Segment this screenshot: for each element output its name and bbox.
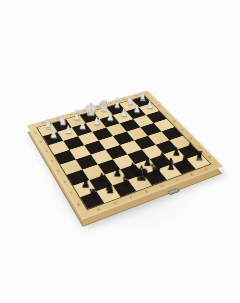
coord-label: G	[113, 201, 118, 205]
piece-black-knight: ♞	[178, 154, 192, 168]
coord-label: 1	[34, 132, 38, 135]
coord-label: 5	[56, 170, 60, 173]
coord-label: 8	[76, 203, 81, 207]
coord-label: A	[204, 168, 209, 171]
coord-label: 4	[50, 160, 54, 163]
coord-label: B	[189, 173, 194, 177]
piece-black-rook: ♜	[86, 188, 101, 202]
coord-label: C	[175, 179, 180, 183]
piece-black-bishop: ♝	[118, 173, 133, 190]
coord-label: 3	[45, 150, 49, 153]
piece-white-pawn: ♟	[47, 129, 60, 140]
latch-icon	[167, 188, 180, 195]
coord-label: 4	[173, 120, 177, 123]
chess-board: HGFEDCBA HGFEDCBA 12345678 12345678 ♜♞♝♚…	[27, 90, 224, 219]
piece-white-pawn: ♟	[144, 100, 156, 110]
coord-label: H	[96, 208, 101, 212]
piece-black-bishop: ♝	[164, 157, 178, 173]
coord-label: F	[129, 196, 133, 200]
coord-label: 8	[207, 156, 212, 159]
piece-white-pawn: ♟	[118, 108, 130, 118]
coord-label: 2	[39, 141, 43, 144]
coord-label: 3	[165, 112, 169, 115]
piece-black-queen: ♛	[149, 160, 163, 178]
coord-label: D	[160, 184, 165, 188]
coord-label: 2	[157, 105, 161, 107]
piece-black-rook: ♜	[193, 150, 207, 163]
coord-label: 5	[181, 129, 185, 132]
piece-white-pawn: ♟	[62, 124, 75, 135]
piece-white-pawn: ♟	[104, 112, 116, 122]
piece-black-king: ♚	[134, 163, 148, 184]
board-surface: HGFEDCBA HGFEDCBA 12345678 12345678 ♜♞♝♚…	[27, 90, 224, 219]
coord-label: 7	[69, 191, 73, 195]
piece-white-pawn: ♟	[90, 116, 103, 126]
product-photo: HGFEDCBA HGFEDCBA 12345678 12345678 ♜♞♝♚…	[0, 0, 240, 303]
coord-label: 6	[63, 180, 67, 184]
square-g3	[63, 136, 84, 150]
coord-label: E	[145, 190, 150, 194]
piece-white-pawn: ♟	[131, 104, 143, 114]
photo-scene: HGFEDCBA HGFEDCBA 12345678 12345678 ♜♞♝♚…	[0, 0, 240, 303]
piece-black-knight: ♞	[102, 181, 117, 196]
piece-white-pawn: ♟	[76, 120, 89, 131]
